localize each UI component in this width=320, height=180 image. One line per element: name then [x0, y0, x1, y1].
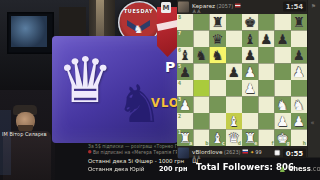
ticker-notice-2-text: Ви підписані на «Мегера Терапія ГРК»	[93, 150, 184, 155]
square-e3[interactable]	[242, 97, 258, 114]
square-d6[interactable]	[226, 47, 242, 64]
rank-label-4: 4	[178, 81, 181, 86]
square-h7[interactable]	[291, 31, 307, 48]
black-piece-e8[interactable]: ♚	[242, 14, 258, 31]
file-label-c: c	[222, 141, 225, 146]
file-label-b: b	[205, 141, 208, 146]
star-icon: ✦	[250, 149, 254, 155]
square-e1[interactable]: e♜	[242, 130, 258, 147]
white-piece-h2[interactable]: ♟	[291, 113, 307, 130]
square-b2[interactable]	[193, 113, 209, 130]
square-f3[interactable]	[258, 97, 274, 114]
square-d5[interactable]: ♟	[226, 64, 242, 81]
square-h5[interactable]: ♟	[291, 64, 307, 81]
rank-label-8: 8	[178, 15, 181, 20]
black-piece-c8[interactable]: ♜	[210, 14, 226, 31]
square-d8[interactable]	[226, 14, 242, 31]
square-d3[interactable]	[226, 97, 242, 114]
rank-label-7: 7	[178, 32, 181, 37]
square-a5[interactable]: 5♟	[177, 64, 193, 81]
square-d1[interactable]: d♛	[226, 130, 242, 147]
black-piece-e6[interactable]: ♟	[242, 47, 258, 64]
square-g6[interactable]	[275, 47, 291, 64]
square-c8[interactable]: ♜	[210, 14, 226, 31]
square-h2[interactable]: ♟	[291, 113, 307, 130]
square-c2[interactable]	[210, 113, 226, 130]
black-piece-e7[interactable]: ♝	[242, 31, 258, 48]
file-label-g: g	[287, 141, 290, 146]
square-f4[interactable]	[258, 80, 274, 97]
queen-logo-icon: ♛	[57, 49, 113, 112]
square-a8[interactable]: 8	[177, 14, 193, 31]
square-f2[interactable]	[258, 113, 274, 130]
square-b6[interactable]: ♞	[193, 47, 209, 64]
square-a6[interactable]: 6♝	[177, 47, 193, 64]
screen-glow	[0, 110, 11, 175]
black-piece-h6[interactable]: ♟	[291, 47, 307, 64]
file-label-d: d	[238, 141, 241, 146]
rank-label-2: 2	[178, 114, 181, 119]
square-f5[interactable]	[258, 64, 274, 81]
white-piece-g2[interactable]: ♟	[275, 113, 291, 130]
badge-label: TUESDAY	[119, 8, 158, 14]
square-c5[interactable]	[210, 64, 226, 81]
top-player-flag-icon	[235, 4, 241, 8]
square-h8[interactable]: ♜	[291, 14, 307, 31]
square-d4[interactable]	[226, 80, 242, 97]
ticker-notice-1: За 5$ підписки — розіграш «Торнео ГРК»	[88, 144, 186, 149]
square-a4[interactable]: 4	[177, 80, 193, 97]
black-piece-d5[interactable]: ♟	[226, 64, 242, 81]
square-f1[interactable]: f	[258, 130, 274, 147]
rank-label-6: 6	[178, 48, 181, 53]
file-label-e: e	[254, 141, 257, 146]
square-e4[interactable]: ♟	[242, 80, 258, 97]
square-g1[interactable]: g♚	[275, 130, 291, 147]
square-c4[interactable]	[210, 80, 226, 97]
square-e7[interactable]: ♝	[242, 31, 258, 48]
square-c6[interactable]: ♞	[210, 47, 226, 64]
square-c1[interactable]: c♝	[210, 130, 226, 147]
black-piece-c6[interactable]: ♞	[210, 47, 226, 64]
square-c7[interactable]: ♛	[210, 31, 226, 48]
square-e8[interactable]: ♚	[242, 14, 258, 31]
pawn-logo-icon: ♟	[279, 165, 286, 174]
bottom-player-name-row[interactable]: vBlordlove(2623)✦99	[192, 148, 262, 155]
square-h6[interactable]: ♟	[291, 47, 307, 64]
rank-label-3: 3	[178, 98, 181, 103]
chesscom-logo: ♟ Chess.com	[279, 164, 320, 174]
face-webcam: ІМ Вітор Силарєв	[0, 90, 55, 180]
square-e2[interactable]	[242, 113, 258, 130]
square-a2[interactable]: 2	[177, 113, 193, 130]
square-h4[interactable]	[291, 80, 307, 97]
square-g2[interactable]: ♟	[275, 113, 291, 130]
white-to-move-indicator	[275, 150, 281, 156]
bottom-player-clock: 0:55	[283, 149, 306, 159]
stage: TUESDAY ♞ ІМ Вітор Силарєв ♛ ♞ PR VLOG M…	[0, 0, 320, 180]
rank-label-5: 5	[178, 65, 181, 70]
square-c3[interactable]	[210, 97, 226, 114]
bottom-player-rating: (2623)	[224, 149, 241, 155]
square-f8[interactable]	[258, 14, 274, 31]
square-b1[interactable]: b	[193, 130, 209, 147]
streamer-caption: ІМ Вітор Силарєв	[2, 131, 47, 137]
bottom-player-captured-pieces: ♟♟	[192, 154, 201, 160]
flag-icon[interactable]: ⚑	[311, 3, 316, 10]
black-piece-g7[interactable]: ♟	[275, 31, 291, 48]
stream-frame: TUESDAY ♞ ІМ Вітор Силарєв ♛ ♞ PR VLOG M…	[0, 0, 320, 180]
white-piece-g3[interactable]: ♞	[275, 97, 291, 114]
bottom-player-flag-icon	[243, 150, 249, 154]
brand-name: Chess	[288, 165, 310, 173]
square-g8[interactable]	[275, 14, 291, 31]
square-b7[interactable]	[193, 31, 209, 48]
ticker-notice-2: Ви підписані на «Мегера Терапія ГРК»	[88, 150, 184, 155]
bottom-player-streak: 99	[255, 149, 261, 155]
white-piece-e4[interactable]: ♟	[242, 80, 258, 97]
square-b8[interactable]	[193, 14, 209, 31]
black-piece-b6[interactable]: ♞	[193, 47, 209, 64]
square-d7[interactable]	[226, 31, 242, 48]
white-piece-h5[interactable]: ♟	[291, 64, 307, 81]
side-panel-sliver: ⚑ «	[307, 0, 320, 158]
square-d2[interactable]: ♝	[226, 113, 242, 130]
square-b5[interactable]	[193, 64, 209, 81]
file-label-h: h	[303, 141, 306, 146]
white-piece-h3[interactable]: ♞	[291, 97, 307, 114]
square-a7[interactable]: 7	[177, 31, 193, 48]
square-b4[interactable]	[193, 80, 209, 97]
square-f7[interactable]: ♟	[258, 31, 274, 48]
square-h3[interactable]: ♞	[291, 97, 307, 114]
file-label-f: f	[272, 141, 274, 146]
square-e6[interactable]: ♟	[242, 47, 258, 64]
stream-logo-panel: ♛ ♞	[52, 36, 178, 143]
badge-knight-icon: ♞	[119, 23, 158, 36]
tv-screen-glow	[11, 16, 47, 47]
brand-tld: .com	[311, 165, 320, 173]
square-g5[interactable]	[275, 64, 291, 81]
overlay-chip: M	[161, 2, 171, 13]
square-b3[interactable]	[193, 97, 209, 114]
black-piece-c7[interactable]: ♛	[210, 31, 226, 48]
top-player-clock: 1:54	[283, 2, 306, 12]
collapse-icon[interactable]: «	[311, 119, 315, 127]
square-h1[interactable]: h	[291, 130, 307, 147]
file-label-a: a	[189, 141, 192, 146]
black-piece-h8[interactable]: ♜	[291, 14, 307, 31]
rank-label-1: 1	[178, 131, 181, 136]
square-e5[interactable]: ♟	[242, 64, 258, 81]
square-g3[interactable]: ♞	[275, 97, 291, 114]
square-g7[interactable]: ♟	[275, 31, 291, 48]
donation-amount: 200 грн	[159, 165, 187, 173]
avatar-top-player[interactable]	[178, 2, 189, 13]
square-f6[interactable]	[258, 47, 274, 64]
top-player-rating: (2057)	[216, 3, 233, 9]
chess-board[interactable]: 8♜♚♜7♛♝♟♟6♝♞♞♟♟5♟♟♟♟4♟3♟♞♞2♝♟♟1a♜bc♝d♛e♜…	[177, 14, 307, 146]
black-piece-f7[interactable]: ♟	[258, 31, 274, 48]
square-g4[interactable]	[275, 80, 291, 97]
white-piece-e5[interactable]: ♟	[242, 64, 258, 81]
ticker-line-2: Остання дека Юрій	[88, 166, 144, 173]
avatar-bottom-player[interactable]	[178, 148, 189, 159]
red-dot-icon	[88, 150, 92, 154]
white-piece-d2[interactable]: ♝	[226, 113, 242, 130]
square-a1[interactable]: 1a♜	[177, 130, 193, 147]
square-a3[interactable]: 3♟	[177, 97, 193, 114]
